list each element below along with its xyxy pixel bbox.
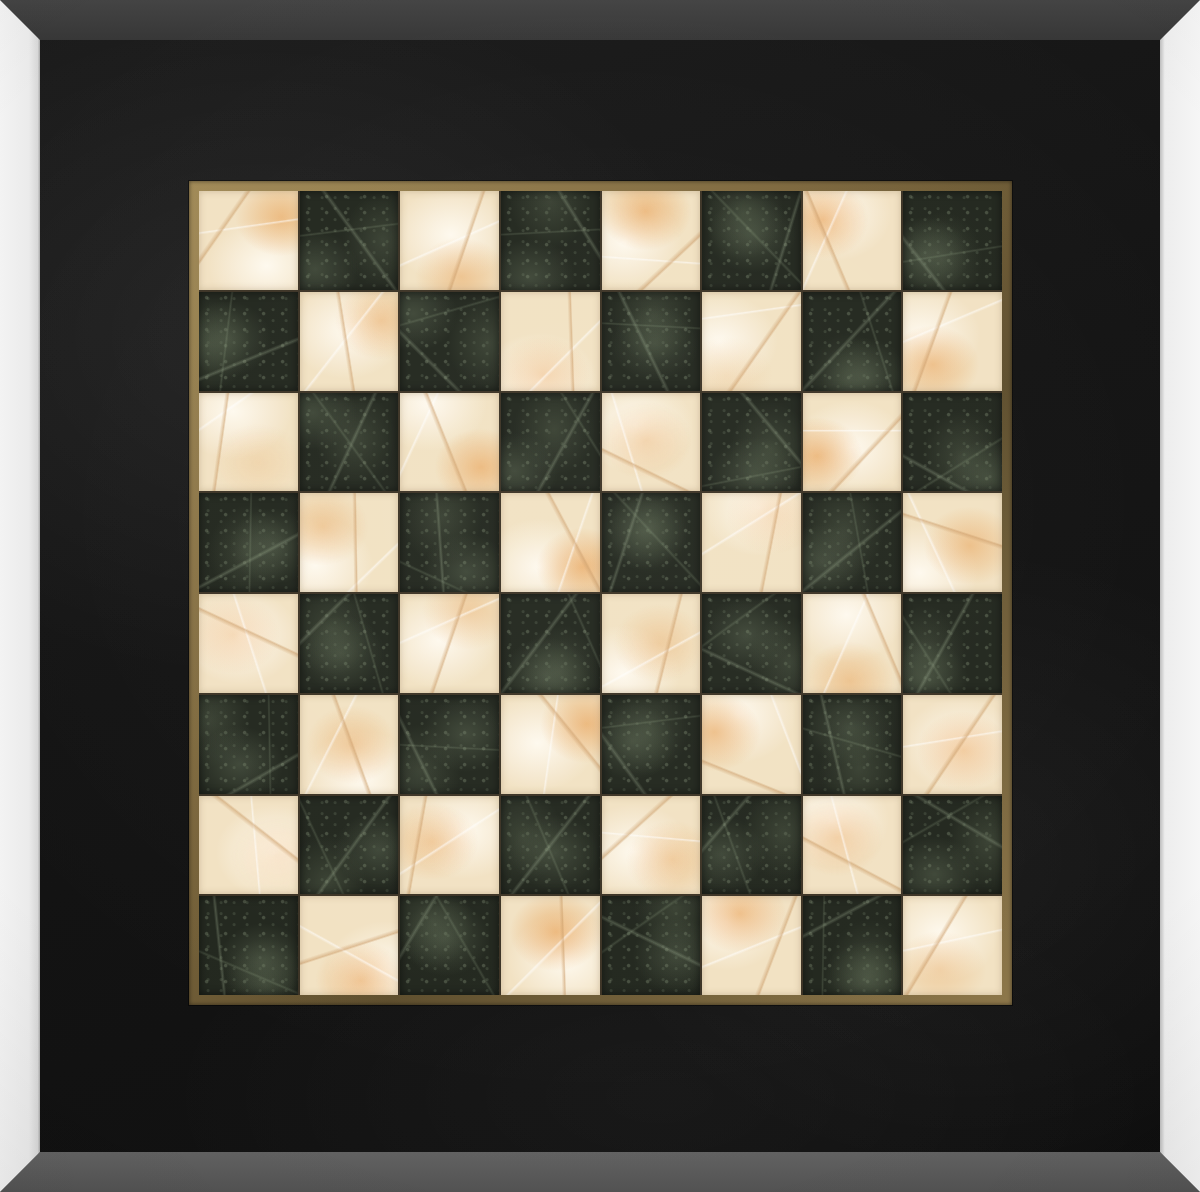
square-a8 [199, 191, 298, 290]
square-f3 [702, 695, 801, 794]
square-f5 [702, 493, 801, 592]
square-c7 [400, 292, 499, 391]
square-h5 [903, 493, 1002, 592]
square-g1 [803, 896, 902, 995]
board-top-bevel-edge [0, 0, 1200, 40]
square-g7 [803, 292, 902, 391]
square-f7 [702, 292, 801, 391]
square-d6 [501, 393, 600, 492]
square-f1 [702, 896, 801, 995]
square-h6 [903, 393, 1002, 492]
square-f8 [702, 191, 801, 290]
square-c2 [400, 796, 499, 895]
square-d1 [501, 896, 600, 995]
square-a1 [199, 896, 298, 995]
square-h3 [903, 695, 1002, 794]
square-g6 [803, 393, 902, 492]
square-b2 [300, 796, 399, 895]
square-g3 [803, 695, 902, 794]
square-g2 [803, 796, 902, 895]
chess-board-grid [199, 191, 1002, 995]
brass-border-inlay [189, 181, 1012, 1005]
square-c6 [400, 393, 499, 492]
square-h1 [903, 896, 1002, 995]
square-d7 [501, 292, 600, 391]
square-d8 [501, 191, 600, 290]
board-bottom-bevel-edge [0, 1152, 1200, 1192]
square-d2 [501, 796, 600, 895]
square-h8 [903, 191, 1002, 290]
square-h7 [903, 292, 1002, 391]
square-h2 [903, 796, 1002, 895]
square-a3 [199, 695, 298, 794]
square-c4 [400, 594, 499, 693]
square-e7 [602, 292, 701, 391]
square-e8 [602, 191, 701, 290]
square-e6 [602, 393, 701, 492]
square-b5 [300, 493, 399, 592]
square-g8 [803, 191, 902, 290]
square-b1 [300, 896, 399, 995]
square-e4 [602, 594, 701, 693]
board-left-mirror-edge [0, 0, 40, 1192]
square-c1 [400, 896, 499, 995]
square-e3 [602, 695, 701, 794]
square-a2 [199, 796, 298, 895]
square-b4 [300, 594, 399, 693]
square-c5 [400, 493, 499, 592]
square-a6 [199, 393, 298, 492]
square-d3 [501, 695, 600, 794]
square-b8 [300, 191, 399, 290]
square-a7 [199, 292, 298, 391]
square-g4 [803, 594, 902, 693]
square-d4 [501, 594, 600, 693]
square-e2 [602, 796, 701, 895]
square-a4 [199, 594, 298, 693]
square-a5 [199, 493, 298, 592]
square-c8 [400, 191, 499, 290]
square-f6 [702, 393, 801, 492]
square-g5 [803, 493, 902, 592]
square-h4 [903, 594, 1002, 693]
square-b7 [300, 292, 399, 391]
square-f2 [702, 796, 801, 895]
square-b6 [300, 393, 399, 492]
chessboard-photo [0, 0, 1200, 1192]
square-c3 [400, 695, 499, 794]
square-b3 [300, 695, 399, 794]
square-d5 [501, 493, 600, 592]
square-e5 [602, 493, 701, 592]
square-e1 [602, 896, 701, 995]
square-f4 [702, 594, 801, 693]
board-right-mirror-edge [1160, 0, 1200, 1192]
